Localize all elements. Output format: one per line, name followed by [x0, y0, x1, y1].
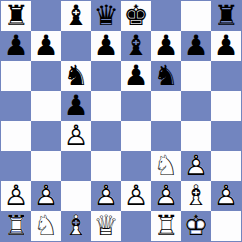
- piece-black-knight[interactable]: ♞: [61, 61, 91, 91]
- white-pawn-icon: ♙: [121, 181, 151, 211]
- square-b6[interactable]: [31, 61, 61, 91]
- black-bishop-icon: ♝: [121, 31, 151, 61]
- white-king-icon: ♔: [181, 211, 211, 241]
- piece-black-bishop[interactable]: ♝: [61, 1, 91, 31]
- black-bishop-icon: ♝: [61, 1, 91, 31]
- square-h3[interactable]: [211, 151, 241, 181]
- square-f6[interactable]: ♞: [151, 61, 181, 91]
- black-pawn-icon: ♟: [61, 91, 91, 121]
- square-g5[interactable]: [181, 91, 211, 121]
- square-g6[interactable]: [181, 61, 211, 91]
- piece-black-bishop[interactable]: ♝: [121, 31, 151, 61]
- square-f5[interactable]: [151, 91, 181, 121]
- square-b3[interactable]: [31, 151, 61, 181]
- square-g3[interactable]: ♟♙: [181, 151, 211, 181]
- piece-black-pawn[interactable]: ♟: [61, 91, 91, 121]
- square-f1[interactable]: ♜♖: [151, 211, 181, 241]
- piece-white-queen[interactable]: ♛♕: [91, 211, 121, 241]
- square-d4[interactable]: [91, 121, 121, 151]
- square-b4[interactable]: [31, 121, 61, 151]
- square-e3[interactable]: [121, 151, 151, 181]
- white-pawn-icon: ♙: [181, 151, 211, 181]
- white-rook-icon: ♖: [151, 211, 181, 241]
- piece-white-pawn[interactable]: ♟♙: [211, 181, 241, 211]
- piece-black-knight[interactable]: ♞: [151, 61, 181, 91]
- black-pawn-icon: ♟: [121, 61, 151, 91]
- square-e5[interactable]: [121, 91, 151, 121]
- square-a7[interactable]: ♟: [1, 31, 31, 61]
- square-a4[interactable]: [1, 121, 31, 151]
- square-a5[interactable]: [1, 91, 31, 121]
- piece-black-pawn[interactable]: ♟: [181, 31, 211, 61]
- square-f3[interactable]: ♞♘: [151, 151, 181, 181]
- square-a8[interactable]: ♜: [1, 1, 31, 31]
- square-g7[interactable]: ♟: [181, 31, 211, 61]
- square-c2[interactable]: [61, 181, 91, 211]
- piece-white-pawn[interactable]: ♟♙: [181, 151, 211, 181]
- white-knight-icon: ♘: [31, 211, 61, 241]
- square-g8[interactable]: [181, 1, 211, 31]
- square-a1[interactable]: ♜♖: [1, 211, 31, 241]
- piece-black-pawn[interactable]: ♟: [121, 61, 151, 91]
- square-h6[interactable]: [211, 61, 241, 91]
- square-h8[interactable]: ♜: [211, 1, 241, 31]
- square-h4[interactable]: [211, 121, 241, 151]
- square-f4[interactable]: [151, 121, 181, 151]
- square-c8[interactable]: ♝: [61, 1, 91, 31]
- piece-white-pawn[interactable]: ♟♙: [61, 121, 91, 151]
- piece-white-pawn[interactable]: ♟♙: [1, 181, 31, 211]
- black-queen-icon: ♛: [91, 1, 121, 31]
- square-g2[interactable]: ♝♗: [181, 181, 211, 211]
- piece-white-pawn[interactable]: ♟♙: [31, 181, 61, 211]
- square-c7[interactable]: [61, 31, 91, 61]
- white-pawn-icon: ♙: [31, 181, 61, 211]
- square-a2[interactable]: ♟♙: [1, 181, 31, 211]
- square-c4[interactable]: ♟♙: [61, 121, 91, 151]
- piece-black-pawn[interactable]: ♟: [211, 31, 241, 61]
- square-e7[interactable]: ♝: [121, 31, 151, 61]
- black-pawn-icon: ♟: [151, 31, 181, 61]
- square-b8[interactable]: [31, 1, 61, 31]
- square-a6[interactable]: [1, 61, 31, 91]
- piece-black-rook[interactable]: ♜: [1, 1, 31, 31]
- square-c3[interactable]: [61, 151, 91, 181]
- square-g4[interactable]: [181, 121, 211, 151]
- white-rook-icon: ♖: [1, 211, 31, 241]
- piece-black-pawn[interactable]: ♟: [91, 31, 121, 61]
- square-e1[interactable]: [121, 211, 151, 241]
- black-rook-icon: ♜: [211, 1, 241, 31]
- black-knight-icon: ♞: [61, 61, 91, 91]
- chess-board-container: ♜♝♛♚♜♟♟♟♝♟♟♟♞♟♞♟♟♙♞♘♟♙♟♙♟♙♟♙♟♙♟♙♝♗♟♙♜♖♞♘…: [0, 0, 242, 242]
- square-b1[interactable]: ♞♘: [31, 211, 61, 241]
- black-pawn-icon: ♟: [181, 31, 211, 61]
- square-d7[interactable]: ♟: [91, 31, 121, 61]
- square-f8[interactable]: [151, 1, 181, 31]
- piece-black-queen[interactable]: ♛: [91, 1, 121, 31]
- square-e4[interactable]: [121, 121, 151, 151]
- square-c1[interactable]: ♝♗: [61, 211, 91, 241]
- white-queen-icon: ♕: [91, 211, 121, 241]
- square-e6[interactable]: ♟: [121, 61, 151, 91]
- piece-white-pawn[interactable]: ♟♙: [151, 181, 181, 211]
- square-e2[interactable]: ♟♙: [121, 181, 151, 211]
- square-b2[interactable]: ♟♙: [31, 181, 61, 211]
- piece-black-pawn[interactable]: ♟: [151, 31, 181, 61]
- white-bishop-icon: ♗: [181, 181, 211, 211]
- white-pawn-icon: ♙: [61, 121, 91, 151]
- square-a3[interactable]: [1, 151, 31, 181]
- piece-white-knight[interactable]: ♞♘: [31, 211, 61, 241]
- black-king-icon: ♚: [121, 1, 151, 31]
- chess-board: ♜♝♛♚♜♟♟♟♝♟♟♟♞♟♞♟♟♙♞♘♟♙♟♙♟♙♟♙♟♙♟♙♝♗♟♙♜♖♞♘…: [0, 0, 242, 242]
- square-c6[interactable]: ♞: [61, 61, 91, 91]
- piece-white-rook[interactable]: ♜♖: [1, 211, 31, 241]
- piece-black-pawn[interactable]: ♟: [31, 31, 61, 61]
- square-c5[interactable]: ♟: [61, 91, 91, 121]
- square-f7[interactable]: ♟: [151, 31, 181, 61]
- square-d1[interactable]: ♛♕: [91, 211, 121, 241]
- black-knight-icon: ♞: [151, 61, 181, 91]
- black-pawn-icon: ♟: [1, 31, 31, 61]
- square-b7[interactable]: ♟: [31, 31, 61, 61]
- piece-black-pawn[interactable]: ♟: [1, 31, 31, 61]
- square-h2[interactable]: ♟♙: [211, 181, 241, 211]
- square-d8[interactable]: ♛: [91, 1, 121, 31]
- square-f2[interactable]: ♟♙: [151, 181, 181, 211]
- white-knight-icon: ♘: [151, 151, 181, 181]
- square-d6[interactable]: [91, 61, 121, 91]
- piece-black-rook[interactable]: ♜: [211, 1, 241, 31]
- white-pawn-icon: ♙: [1, 181, 31, 211]
- white-pawn-icon: ♙: [151, 181, 181, 211]
- square-d5[interactable]: [91, 91, 121, 121]
- square-h7[interactable]: ♟: [211, 31, 241, 61]
- piece-black-king[interactable]: ♚: [121, 1, 151, 31]
- piece-white-pawn[interactable]: ♟♙: [91, 181, 121, 211]
- piece-white-knight[interactable]: ♞♘: [151, 151, 181, 181]
- square-h5[interactable]: [211, 91, 241, 121]
- piece-white-king[interactable]: ♚♔: [181, 211, 211, 241]
- black-pawn-icon: ♟: [31, 31, 61, 61]
- white-pawn-icon: ♙: [91, 181, 121, 211]
- square-d3[interactable]: [91, 151, 121, 181]
- square-d2[interactable]: ♟♙: [91, 181, 121, 211]
- piece-white-bishop[interactable]: ♝♗: [181, 181, 211, 211]
- black-rook-icon: ♜: [1, 1, 31, 31]
- square-b5[interactable]: [31, 91, 61, 121]
- square-e8[interactable]: ♚: [121, 1, 151, 31]
- white-pawn-icon: ♙: [211, 181, 241, 211]
- square-g1[interactable]: ♚♔: [181, 211, 211, 241]
- piece-white-pawn[interactable]: ♟♙: [121, 181, 151, 211]
- square-h1[interactable]: [211, 211, 241, 241]
- white-bishop-icon: ♗: [61, 211, 91, 241]
- black-pawn-icon: ♟: [91, 31, 121, 61]
- piece-white-bishop[interactable]: ♝♗: [61, 211, 91, 241]
- piece-white-rook[interactable]: ♜♖: [151, 211, 181, 241]
- black-pawn-icon: ♟: [211, 31, 241, 61]
